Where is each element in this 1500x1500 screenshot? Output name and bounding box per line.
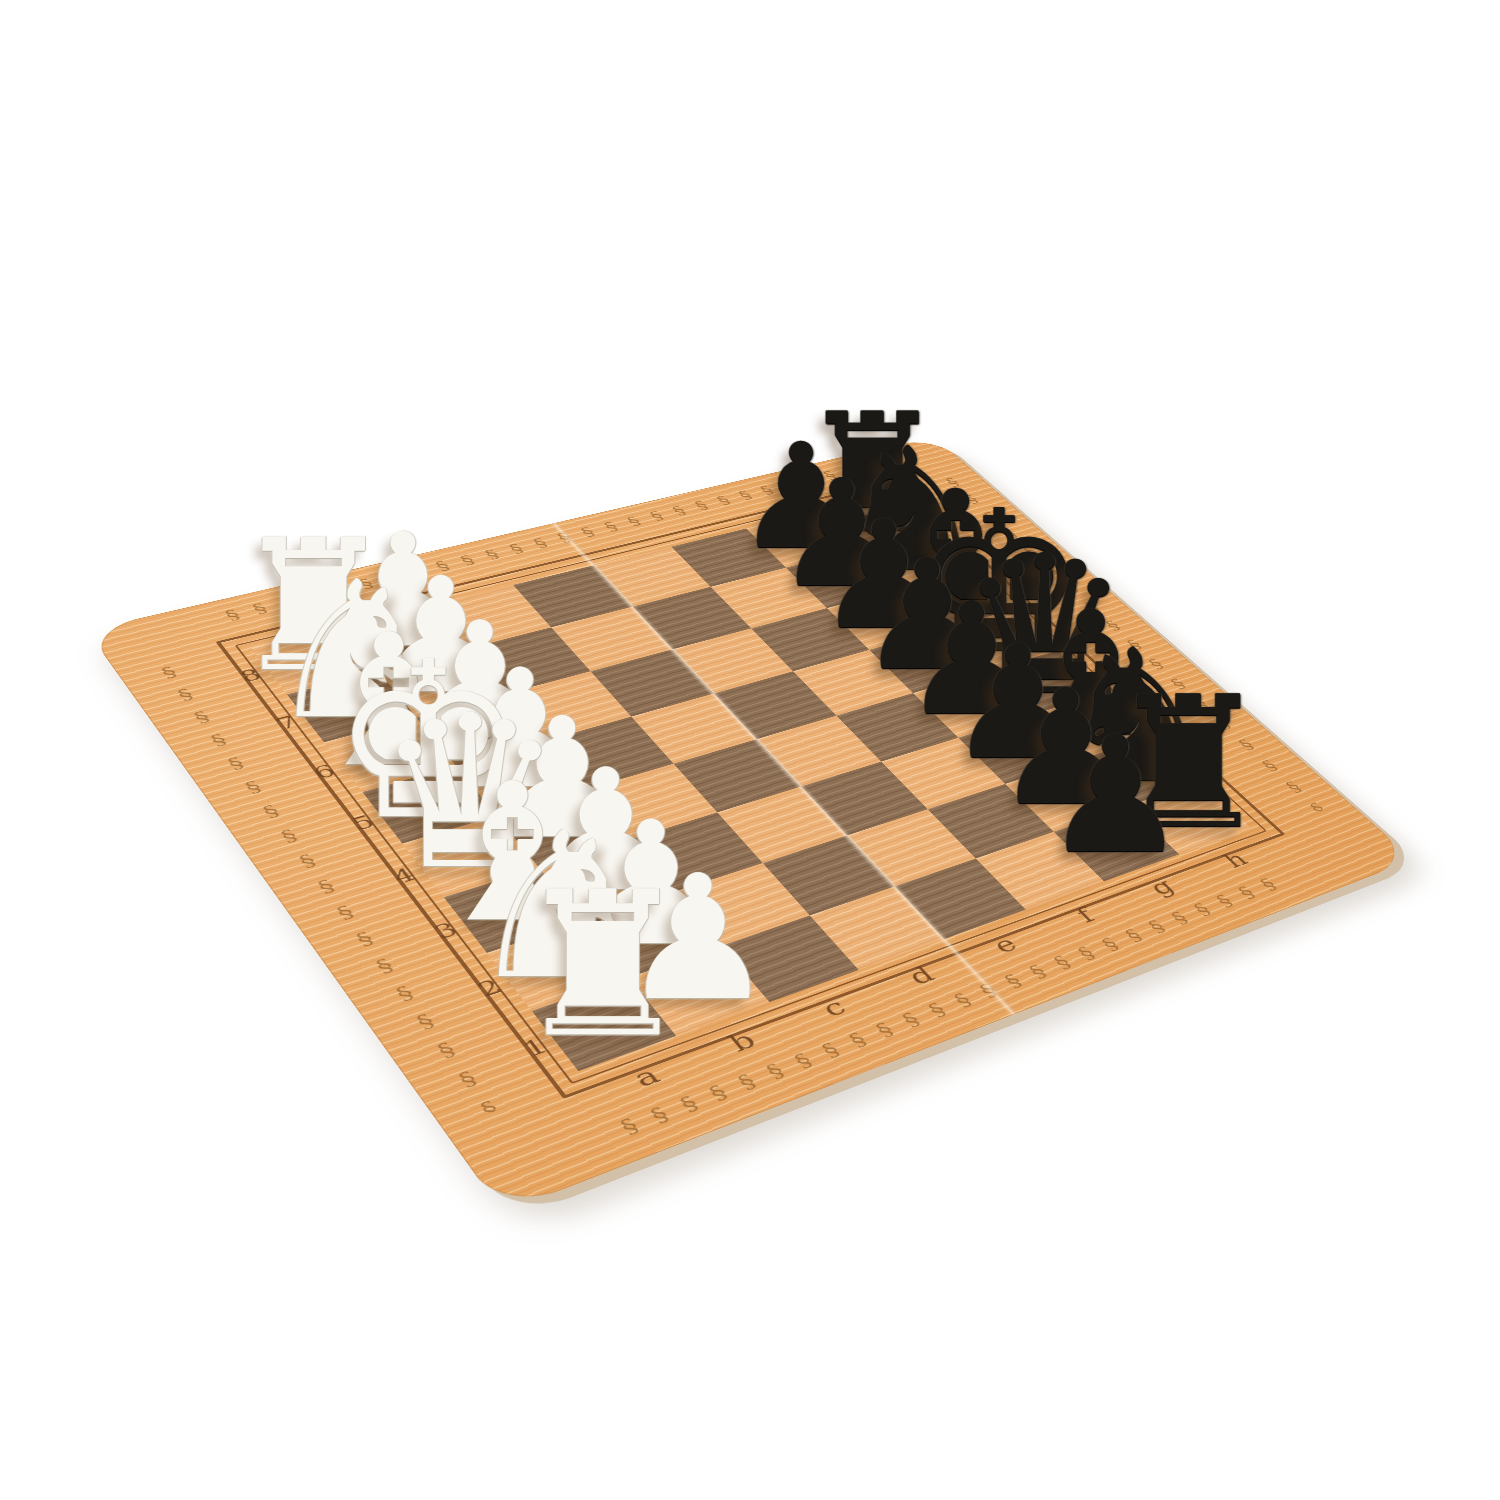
piece-black-P-g1[interactable]: ♟ xyxy=(1035,715,1196,876)
r-glyph-icon: ♜ xyxy=(513,865,692,1065)
scene: §§§§§§§§§§§§§§§§§§§§§§§§§§§§§§§§§§§§§§§§… xyxy=(0,0,1500,1500)
p-glyph-icon: ♟ xyxy=(1043,715,1188,876)
pieces-layer: ♜♞♝♚♛♝♞♜♟♟♟♟♟♟♟♟♜♞♝♚♛♝♞♜♟♟♟♟♟♟♟♟ xyxy=(0,0,1500,1500)
piece-white-R-a1[interactable]: ♜ xyxy=(503,865,703,1065)
